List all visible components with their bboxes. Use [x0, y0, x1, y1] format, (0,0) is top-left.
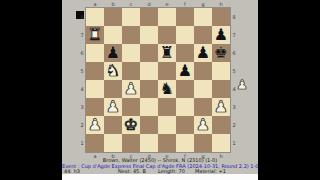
rank-label-left-4: 4 — [79, 86, 85, 92]
rank-label-right-7: 7 — [231, 32, 237, 38]
square-g8 — [194, 8, 212, 26]
square-c7 — [122, 26, 140, 44]
square-b3: ♟ — [104, 98, 122, 116]
rank-label-right-1: 1 — [231, 140, 237, 146]
square-e6: ♜ — [158, 44, 176, 62]
file-label-top-c: c — [122, 1, 140, 7]
file-label-top-b: b — [104, 1, 122, 7]
file-label-top-a: a — [86, 1, 104, 7]
black-king-icon: ♚ — [212, 44, 230, 62]
white-knight-icon: ♞ — [104, 62, 122, 80]
square-d8 — [140, 8, 158, 26]
square-d7 — [140, 26, 158, 44]
rank-label-left-2: 2 — [79, 122, 85, 128]
square-e1 — [158, 134, 176, 152]
square-d5 — [140, 62, 158, 80]
white-pawn-icon: ♟ — [104, 98, 122, 116]
square-c6 — [122, 44, 140, 62]
square-c8 — [122, 8, 140, 26]
rank-label-right-6: 6 — [231, 50, 237, 56]
black-pawn-icon: ♟ — [176, 62, 194, 80]
square-b2 — [104, 116, 122, 134]
square-h6: ♚ — [212, 44, 230, 62]
square-g5 — [194, 62, 212, 80]
rank-label-left-3: 3 — [79, 104, 85, 110]
square-e7 — [158, 26, 176, 44]
square-b8 — [104, 8, 122, 26]
square-h5 — [212, 62, 230, 80]
file-label-bottom-g: g — [194, 153, 212, 159]
square-h4 — [212, 80, 230, 98]
material-advantage-white-pawn-icon: ♟ — [235, 77, 249, 93]
white-pawn-icon: ♟ — [212, 98, 230, 116]
file-label-bottom-c: c — [122, 153, 140, 159]
square-g1 — [194, 134, 212, 152]
square-g3 — [194, 98, 212, 116]
file-label-top-d: d — [140, 1, 158, 7]
square-f7 — [176, 26, 194, 44]
bottom-strip — [62, 174, 258, 180]
square-c5 — [122, 62, 140, 80]
square-e4: ♞ — [158, 80, 176, 98]
square-d3 — [140, 98, 158, 116]
rank-label-left-5: 5 — [79, 68, 85, 74]
file-label-bottom-a: a — [86, 153, 104, 159]
square-f3 — [176, 98, 194, 116]
white-pawn-icon: ♟ — [194, 116, 212, 134]
square-g2: ♟ — [194, 116, 212, 134]
file-label-bottom-b: b — [104, 153, 122, 159]
square-f8 — [176, 8, 194, 26]
square-g7 — [194, 26, 212, 44]
white-pawn-icon: ♟ — [86, 116, 104, 134]
black-knight-icon: ♞ — [158, 80, 176, 98]
square-b6: ♟ — [104, 44, 122, 62]
square-h2 — [212, 116, 230, 134]
square-h7: ♟ — [212, 26, 230, 44]
board: ♜♟♟♜♟♚♞♟♟♞♟♟♟♚♟ — [86, 8, 230, 152]
square-h8 — [212, 8, 230, 26]
black-pawn-icon: ♟ — [212, 26, 230, 44]
file-label-top-h: h — [212, 1, 230, 7]
square-e2 — [158, 116, 176, 134]
square-d6 — [140, 44, 158, 62]
square-a6 — [86, 44, 104, 62]
square-c3 — [122, 98, 140, 116]
square-e5 — [158, 62, 176, 80]
square-a3 — [86, 98, 104, 116]
square-f4 — [176, 80, 194, 98]
square-b4 — [104, 80, 122, 98]
square-a7: ♜ — [86, 26, 104, 44]
rank-label-left-7: 7 — [79, 32, 85, 38]
square-a4 — [86, 80, 104, 98]
square-a1 — [86, 134, 104, 152]
square-b5: ♞ — [104, 62, 122, 80]
square-f1 — [176, 134, 194, 152]
square-a2: ♟ — [86, 116, 104, 134]
square-d2 — [140, 116, 158, 134]
square-b7 — [104, 26, 122, 44]
white-pawn-icon: ♟ — [122, 80, 140, 98]
square-a8 — [86, 8, 104, 26]
video-frame: ♜♟♟♜♟♚♞♟♟♞♟♟♟♚♟ ♟ Brown, Walter (2450) -… — [0, 0, 320, 180]
file-label-top-e: e — [158, 1, 176, 7]
square-e8 — [158, 8, 176, 26]
black-pawn-icon: ♟ — [194, 44, 212, 62]
rank-label-left-8: 8 — [79, 14, 85, 20]
rank-label-right-8: 8 — [231, 14, 237, 20]
rank-label-left-6: 6 — [79, 50, 85, 56]
white-king-icon: ♚ — [122, 116, 140, 134]
file-label-bottom-h: h — [212, 153, 230, 159]
file-label-top-f: f — [176, 1, 194, 7]
square-d1 — [140, 134, 158, 152]
square-c1 — [122, 134, 140, 152]
rank-label-right-5: 5 — [231, 68, 237, 74]
square-c2: ♚ — [122, 116, 140, 134]
rank-label-right-2: 2 — [231, 122, 237, 128]
white-rook-icon: ♜ — [86, 26, 104, 44]
square-a5 — [86, 62, 104, 80]
black-pawn-icon: ♟ — [104, 44, 122, 62]
rank-label-right-4: 4 — [231, 86, 237, 92]
file-label-bottom-e: e — [158, 153, 176, 159]
square-e3 — [158, 98, 176, 116]
square-h3: ♟ — [212, 98, 230, 116]
square-h1 — [212, 134, 230, 152]
square-f5: ♟ — [176, 62, 194, 80]
square-d4 — [140, 80, 158, 98]
square-f2 — [176, 116, 194, 134]
square-g6: ♟ — [194, 44, 212, 62]
file-label-top-g: g — [194, 1, 212, 7]
rank-label-right-3: 3 — [231, 104, 237, 110]
diagram-panel: ♜♟♟♜♟♚♞♟♟♞♟♟♟♚♟ ♟ Brown, Walter (2450) -… — [62, 0, 258, 180]
black-rook-icon: ♜ — [158, 44, 176, 62]
file-label-bottom-f: f — [176, 153, 194, 159]
square-g4 — [194, 80, 212, 98]
square-b1 — [104, 134, 122, 152]
square-f6 — [176, 44, 194, 62]
rank-label-left-1: 1 — [79, 140, 85, 146]
file-label-bottom-d: d — [140, 153, 158, 159]
square-c4: ♟ — [122, 80, 140, 98]
